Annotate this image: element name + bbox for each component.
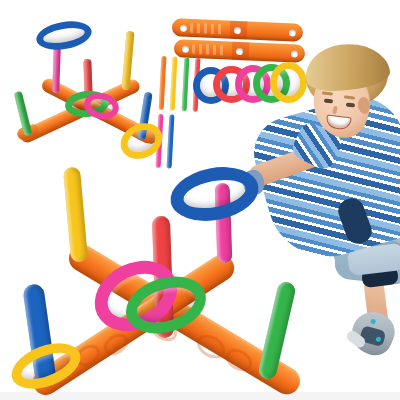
stick-green bbox=[182, 57, 190, 111]
ring-toss-product-photo bbox=[0, 0, 400, 400]
sneaker-lace-dot bbox=[370, 318, 377, 325]
stick-yellow bbox=[170, 56, 178, 110]
large-peg-yellow bbox=[63, 166, 88, 262]
boy-eye-left bbox=[324, 99, 333, 104]
bar-embossed-ridges bbox=[190, 23, 224, 35]
large-peg-green bbox=[257, 280, 297, 381]
bar-hole-right bbox=[289, 29, 296, 36]
loose-ring-yellow bbox=[270, 62, 307, 103]
bar-hole-center bbox=[236, 47, 243, 54]
bar-hole-left bbox=[182, 45, 189, 52]
spare-base-bar-1 bbox=[172, 18, 304, 42]
bar-hole-center bbox=[234, 26, 241, 33]
photo-bottom-edge bbox=[0, 392, 400, 400]
small-ring-blue-midair bbox=[34, 17, 94, 53]
small-peg-green bbox=[14, 91, 33, 137]
bar-embossed-ridges bbox=[192, 44, 226, 56]
boy-eye-right bbox=[346, 103, 355, 108]
stick-orange bbox=[159, 56, 167, 110]
bar-hole-left bbox=[180, 24, 187, 31]
stick-blue bbox=[167, 114, 175, 168]
bar-hole-right bbox=[291, 50, 298, 57]
boy-sneaker bbox=[345, 305, 400, 360]
